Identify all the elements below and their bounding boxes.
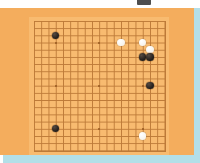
- black-stone: [139, 53, 146, 60]
- black-stone: [146, 53, 153, 60]
- star-point: [142, 85, 144, 87]
- star-point: [55, 42, 57, 44]
- star-point: [98, 85, 100, 87]
- white-stone: [139, 132, 146, 139]
- white-stone: [139, 39, 146, 46]
- app-window: [0, 0, 200, 163]
- page-edge-bottom: [3, 155, 200, 163]
- star-point: [98, 128, 100, 130]
- top-bar: [0, 0, 200, 8]
- goban-panel: [0, 8, 194, 155]
- white-stone: [146, 46, 153, 53]
- star-point: [142, 128, 144, 130]
- black-stone: [146, 82, 153, 89]
- board-intersections[interactable]: [30, 17, 168, 154]
- window-tab[interactable]: [137, 0, 151, 5]
- star-point: [98, 42, 100, 44]
- black-stone: [52, 32, 59, 39]
- star-point: [55, 85, 57, 87]
- black-stone: [52, 125, 59, 132]
- white-stone: [117, 39, 124, 46]
- page-edge-right: [194, 8, 200, 163]
